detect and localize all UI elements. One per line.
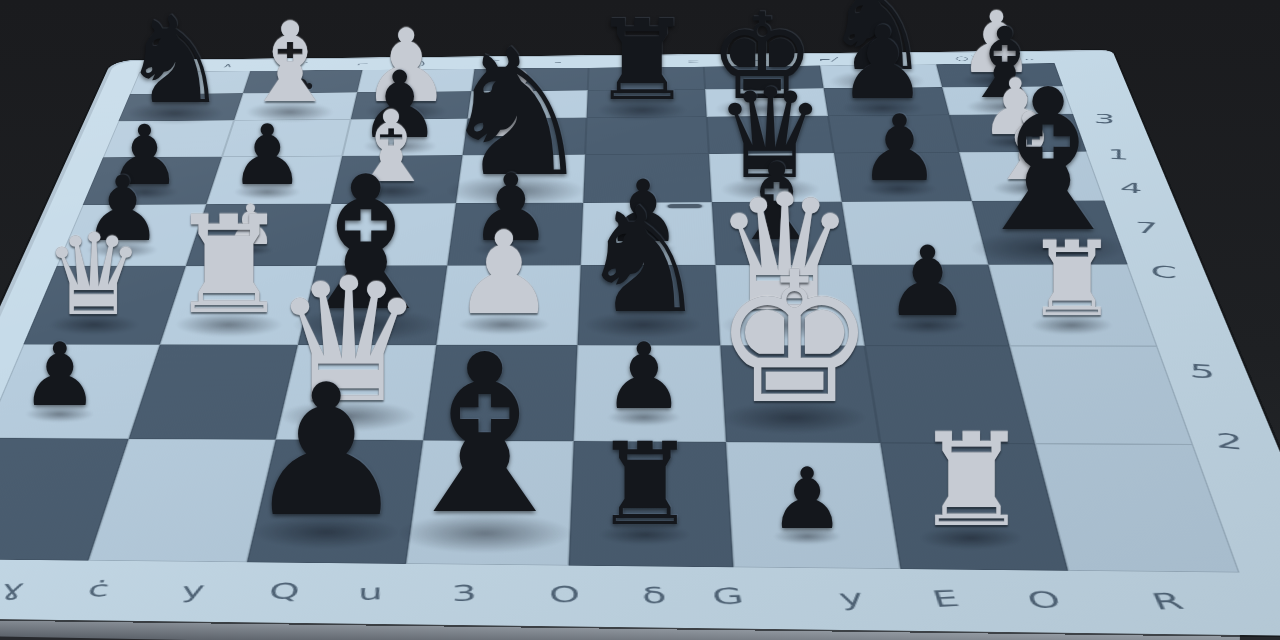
square-c1 — [246, 439, 423, 564]
coordinate-scribble: 4 — [1120, 179, 1143, 197]
coordinate-scribble: R — [1147, 588, 1187, 615]
coordinate-scribble: ¬ — [621, 58, 636, 65]
square-h5 — [959, 151, 1104, 201]
square-b2 — [128, 344, 297, 439]
coordinate-scribble: ⌐⁄ — [818, 56, 839, 63]
square-e2 — [574, 345, 726, 442]
square-c6 — [342, 118, 468, 155]
square-b3 — [160, 265, 316, 344]
square-g7 — [823, 87, 950, 116]
square-d3 — [437, 265, 581, 345]
coordinate-scribble: — — [751, 57, 769, 64]
square-f5 — [709, 153, 841, 202]
square-c8 — [357, 69, 475, 92]
coordinate-scribble: ○˘ — [954, 55, 982, 62]
coordinate-scribble: δ — [640, 582, 668, 608]
square-d8 — [472, 68, 589, 91]
coordinate-scribble: c˙ — [291, 61, 312, 68]
coordinate-scribble: () — [412, 60, 428, 67]
coordinate-scribble: G — [710, 583, 746, 609]
square-h2 — [1010, 346, 1193, 445]
square-f1 — [726, 442, 900, 569]
coordinate-scribble: ‥ — [1022, 54, 1037, 61]
square-b7 — [234, 92, 357, 120]
square-a7 — [118, 93, 242, 121]
coordinate-scribble: C — [1150, 262, 1177, 282]
square-e5 — [583, 154, 711, 203]
square-d1 — [406, 440, 573, 566]
square-f4 — [711, 201, 851, 264]
square-a5 — [83, 157, 222, 205]
square-b6 — [222, 119, 351, 156]
coordinate-scribble: O — [548, 581, 582, 607]
square-g6 — [827, 115, 959, 153]
square-g8 — [819, 64, 942, 88]
coordinate-scribble: 2 — [1215, 428, 1244, 454]
square-c2 — [275, 344, 437, 440]
square-h3 — [989, 264, 1158, 346]
square-e4 — [581, 202, 716, 265]
square-f3 — [715, 265, 864, 346]
square-f8 — [704, 65, 824, 89]
coordinate-scribble: 3 — [451, 580, 477, 606]
square-f6 — [706, 116, 833, 154]
square-d7 — [468, 90, 588, 118]
square-g3 — [851, 264, 1010, 345]
coordinate-scribble: 3 — [1094, 111, 1115, 127]
square-c4 — [316, 203, 456, 265]
coordinate-scribble: y — [836, 584, 867, 610]
square-g2 — [864, 345, 1035, 443]
square-c5 — [331, 155, 463, 204]
square-b8 — [243, 70, 362, 93]
square-h6 — [950, 114, 1087, 152]
coordinate-scribble: – — [554, 59, 564, 66]
square-e7 — [587, 89, 707, 117]
coordinate-scribble: E — [929, 585, 963, 611]
square-e1 — [569, 441, 733, 567]
coordinate-scribble: u — [358, 579, 383, 605]
board-smudge — [668, 204, 702, 208]
square-a6 — [103, 120, 234, 157]
coordinate-scribble: 1 — [1107, 146, 1129, 163]
coordinate-scribble: ɣ — [0, 575, 27, 600]
coordinate-scribble: 5 — [1189, 360, 1216, 383]
coordinate-scribble: · — [893, 55, 902, 62]
square-a3 — [23, 266, 185, 345]
square-d5 — [456, 154, 585, 203]
square-h8 — [936, 63, 1062, 87]
square-a8 — [130, 71, 250, 94]
coordinate-scribble: ‾ — [491, 59, 501, 66]
chess-board: ∧c˙⌐()‾–¬≡—⌐⁄·○˘‥3147C52ɣċyQu3OδGyEOR — [0, 50, 1280, 637]
square-h7 — [942, 86, 1073, 115]
square-h4 — [972, 200, 1127, 264]
square-c3 — [297, 265, 447, 344]
square-e3 — [577, 265, 719, 345]
board-squares-grid — [0, 63, 1240, 572]
coordinate-scribble: ≡ — [687, 57, 702, 64]
coordinate-scribble: y — [181, 577, 206, 602]
square-g5 — [833, 152, 972, 201]
coordinate-scribble: O — [1023, 586, 1065, 613]
chess-scene: Surreal 3D-rendered chess board viewed i… — [0, 0, 1280, 640]
square-e6 — [585, 116, 709, 154]
board-border-band: ∧c˙⌐()‾–¬≡—⌐⁄·○˘‥3147C52ɣċyQu3OδGyEOR — [115, 51, 1112, 61]
square-e8 — [588, 67, 705, 91]
square-f7 — [705, 88, 828, 116]
square-d2 — [423, 345, 577, 441]
square-b4 — [186, 204, 331, 266]
square-c7 — [350, 91, 471, 119]
square-f2 — [720, 345, 880, 442]
coordinate-scribble: ∧ — [222, 62, 237, 69]
coordinate-scribble: Q — [268, 578, 300, 604]
square-d4 — [448, 203, 584, 266]
square-h1 — [1035, 443, 1239, 572]
coordinate-scribble: ċ — [86, 576, 111, 601]
coordinate-scribble: ⌐ — [356, 61, 372, 68]
square-d6 — [463, 117, 587, 155]
square-b5 — [206, 156, 342, 204]
square-a4 — [57, 204, 206, 266]
coordinate-scribble: 7 — [1135, 218, 1158, 237]
square-g4 — [841, 201, 988, 265]
